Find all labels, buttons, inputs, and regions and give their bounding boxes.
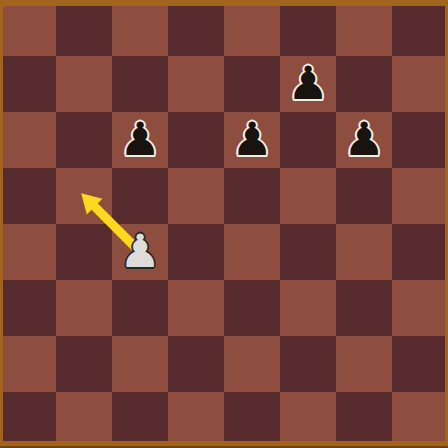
piece-black-pawn-g6[interactable]: ♟ [336,111,392,167]
piece-black-pawn-e6[interactable]: ♟ [224,111,280,167]
piece-black-pawn-f7[interactable]: ♟ [280,55,336,111]
piece-white-pawn-c4[interactable]: ♟ [112,223,168,279]
chess-board: ♟♟♟♟♟ [0,0,448,448]
piece-black-pawn-c6[interactable]: ♟ [112,111,168,167]
piece-layer: ♟♟♟♟♟ [0,0,448,448]
